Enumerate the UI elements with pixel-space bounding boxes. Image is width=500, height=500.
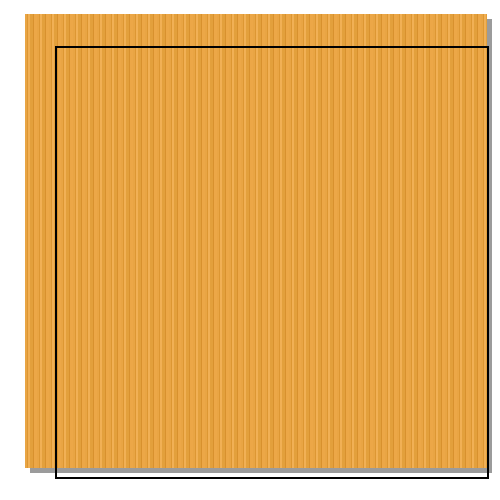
board-grid <box>44 35 500 489</box>
go-diagram-stage <box>0 0 500 500</box>
go-board[interactable] <box>25 14 487 468</box>
